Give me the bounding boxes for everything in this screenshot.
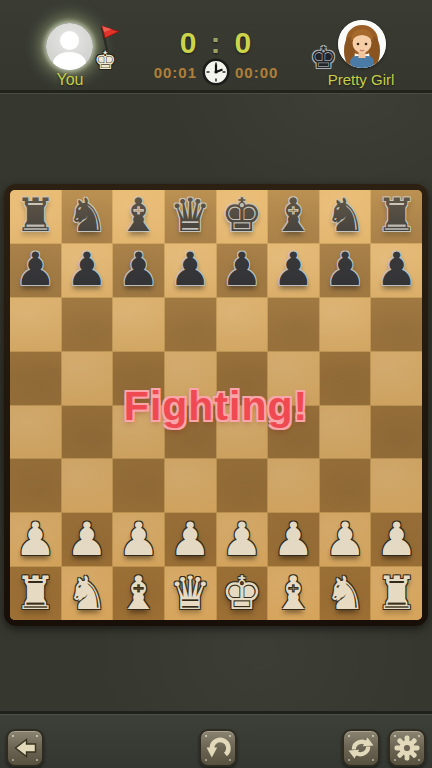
square-f1[interactable]: ♝ bbox=[268, 567, 319, 620]
square-f7[interactable]: ♟ bbox=[268, 244, 319, 297]
player-name-you: You bbox=[40, 71, 100, 89]
square-b8[interactable]: ♞ bbox=[62, 190, 113, 243]
square-h8[interactable]: ♜ bbox=[371, 190, 422, 243]
square-h1[interactable]: ♜ bbox=[371, 567, 422, 620]
square-b5[interactable] bbox=[62, 352, 113, 405]
square-h5[interactable] bbox=[371, 352, 422, 405]
square-f3[interactable] bbox=[268, 459, 319, 512]
square-e8[interactable]: ♚ bbox=[217, 190, 268, 243]
white-bishop: ♝ bbox=[273, 570, 314, 616]
white-pawn: ♟ bbox=[273, 516, 314, 562]
white-pawn: ♟ bbox=[15, 516, 56, 562]
black-queen: ♛ bbox=[170, 192, 211, 238]
black-rook: ♜ bbox=[376, 192, 417, 238]
square-g7[interactable]: ♟ bbox=[320, 244, 371, 297]
white-pawn: ♟ bbox=[118, 516, 159, 562]
square-c4[interactable] bbox=[113, 406, 164, 459]
square-b2[interactable]: ♟ bbox=[62, 513, 113, 566]
black-pawn: ♟ bbox=[15, 246, 56, 292]
square-e4[interactable] bbox=[217, 406, 268, 459]
top-bar: You ♚ 0:0 00:01 00:00 ♚ bbox=[0, 0, 432, 92]
girl-avatar-art bbox=[338, 20, 386, 68]
square-c8[interactable]: ♝ bbox=[113, 190, 164, 243]
player-name-pretty-girl: Pretty Girl bbox=[311, 71, 411, 88]
timer-row: 00:01 00:00 bbox=[116, 58, 316, 86]
square-d5[interactable] bbox=[165, 352, 216, 405]
black-pawn: ♟ bbox=[221, 246, 262, 292]
black-pawn: ♟ bbox=[66, 246, 107, 292]
square-h2[interactable]: ♟ bbox=[371, 513, 422, 566]
square-g3[interactable] bbox=[320, 459, 371, 512]
player-avatar-pretty-girl bbox=[338, 20, 386, 68]
square-g2[interactable]: ♟ bbox=[320, 513, 371, 566]
white-queen: ♛ bbox=[170, 570, 211, 616]
square-a2[interactable]: ♟ bbox=[10, 513, 61, 566]
square-h3[interactable] bbox=[371, 459, 422, 512]
black-knight: ♞ bbox=[66, 192, 107, 238]
score-display: 0:0 bbox=[116, 26, 316, 60]
square-b7[interactable]: ♟ bbox=[62, 244, 113, 297]
square-f4[interactable] bbox=[268, 406, 319, 459]
score-right: 0 bbox=[235, 26, 253, 59]
black-bishop: ♝ bbox=[273, 192, 314, 238]
timer-you: 00:01 bbox=[154, 64, 197, 81]
square-a7[interactable]: ♟ bbox=[10, 244, 61, 297]
square-b4[interactable] bbox=[62, 406, 113, 459]
square-g1[interactable]: ♞ bbox=[320, 567, 371, 620]
settings-button[interactable] bbox=[388, 729, 426, 767]
square-e5[interactable] bbox=[217, 352, 268, 405]
square-d6[interactable] bbox=[165, 298, 216, 351]
square-b6[interactable] bbox=[62, 298, 113, 351]
square-h7[interactable]: ♟ bbox=[371, 244, 422, 297]
square-a4[interactable] bbox=[10, 406, 61, 459]
black-pawn: ♟ bbox=[273, 246, 314, 292]
square-c5[interactable] bbox=[113, 352, 164, 405]
top-divider bbox=[0, 90, 432, 94]
board-grid: ♜♞♝♛♚♝♞♜♟♟♟♟♟♟♟♟♟♟♟♟♟♟♟♟♜♞♝♛♚♝♞♜ bbox=[10, 190, 422, 620]
square-g4[interactable] bbox=[320, 406, 371, 459]
square-h6[interactable] bbox=[371, 298, 422, 351]
white-pawn: ♟ bbox=[66, 516, 107, 562]
square-d1[interactable]: ♛ bbox=[165, 567, 216, 620]
square-b1[interactable]: ♞ bbox=[62, 567, 113, 620]
player-avatar-you bbox=[46, 23, 93, 70]
restart-button[interactable] bbox=[342, 729, 380, 767]
square-a1[interactable]: ♜ bbox=[10, 567, 61, 620]
white-rook: ♜ bbox=[15, 570, 56, 616]
square-c7[interactable]: ♟ bbox=[113, 244, 164, 297]
square-e7[interactable]: ♟ bbox=[217, 244, 268, 297]
square-g6[interactable] bbox=[320, 298, 371, 351]
black-pawn: ♟ bbox=[170, 246, 211, 292]
score-left: 0 bbox=[180, 26, 198, 59]
square-c3[interactable] bbox=[113, 459, 164, 512]
timer-opponent: 00:00 bbox=[235, 64, 278, 81]
square-f2[interactable]: ♟ bbox=[268, 513, 319, 566]
chess-board: ♜♞♝♛♚♝♞♜♟♟♟♟♟♟♟♟♟♟♟♟♟♟♟♟♜♞♝♛♚♝♞♜ bbox=[4, 184, 428, 626]
back-button[interactable] bbox=[6, 729, 44, 767]
square-d2[interactable]: ♟ bbox=[165, 513, 216, 566]
white-knight: ♞ bbox=[66, 570, 107, 616]
black-knight: ♞ bbox=[324, 192, 365, 238]
white-pawn: ♟ bbox=[324, 516, 365, 562]
arrow-left-icon bbox=[12, 735, 38, 761]
square-e6[interactable] bbox=[217, 298, 268, 351]
white-pawn: ♟ bbox=[376, 516, 417, 562]
square-c1[interactable]: ♝ bbox=[113, 567, 164, 620]
square-f8[interactable]: ♝ bbox=[268, 190, 319, 243]
square-f6[interactable] bbox=[268, 298, 319, 351]
square-a8[interactable]: ♜ bbox=[10, 190, 61, 243]
clock-icon bbox=[202, 58, 230, 86]
square-d8[interactable]: ♛ bbox=[165, 190, 216, 243]
square-e2[interactable]: ♟ bbox=[217, 513, 268, 566]
square-f5[interactable] bbox=[268, 352, 319, 405]
square-a5[interactable] bbox=[10, 352, 61, 405]
black-pawn: ♟ bbox=[324, 246, 365, 292]
square-d3[interactable] bbox=[165, 459, 216, 512]
avatar-silhouette-head bbox=[60, 31, 79, 50]
black-pawn: ♟ bbox=[376, 246, 417, 292]
black-king: ♚ bbox=[221, 192, 262, 238]
white-pawn: ♟ bbox=[170, 516, 211, 562]
white-bishop: ♝ bbox=[118, 570, 159, 616]
avatar-silhouette-shoulders bbox=[53, 52, 86, 70]
white-king-icon: ♚ bbox=[94, 48, 116, 73]
black-pawn: ♟ bbox=[118, 246, 159, 292]
white-king: ♚ bbox=[221, 570, 262, 616]
undo-button[interactable] bbox=[199, 729, 237, 767]
gear-icon bbox=[393, 734, 421, 762]
square-b3[interactable] bbox=[62, 459, 113, 512]
app-screen: You ♚ 0:0 00:01 00:00 ♚ bbox=[0, 0, 432, 768]
black-rook: ♜ bbox=[15, 192, 56, 238]
black-bishop: ♝ bbox=[118, 192, 159, 238]
black-king-icon: ♚ bbox=[310, 43, 337, 73]
refresh-icon bbox=[348, 735, 374, 761]
square-d4[interactable] bbox=[165, 406, 216, 459]
square-g8[interactable]: ♞ bbox=[320, 190, 371, 243]
square-e1[interactable]: ♚ bbox=[217, 567, 268, 620]
square-h4[interactable] bbox=[371, 406, 422, 459]
square-c6[interactable] bbox=[113, 298, 164, 351]
white-rook: ♜ bbox=[376, 570, 417, 616]
undo-arrow-icon bbox=[205, 735, 231, 761]
white-knight: ♞ bbox=[324, 570, 365, 616]
bottom-bar bbox=[0, 711, 432, 768]
square-a3[interactable] bbox=[10, 459, 61, 512]
square-e3[interactable] bbox=[217, 459, 268, 512]
white-pawn: ♟ bbox=[221, 516, 262, 562]
square-d7[interactable]: ♟ bbox=[165, 244, 216, 297]
square-c2[interactable]: ♟ bbox=[113, 513, 164, 566]
square-a6[interactable] bbox=[10, 298, 61, 351]
square-g5[interactable] bbox=[320, 352, 371, 405]
score-separator: : bbox=[211, 26, 222, 59]
